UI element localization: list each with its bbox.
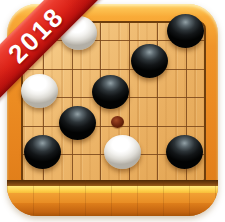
black-stone [166,135,203,169]
black-stone [92,75,129,109]
white-stone [104,135,141,169]
black-stone [167,14,204,48]
white-stone [21,74,58,108]
screenshot-stage: 2018 [0,0,225,222]
black-stone [24,135,61,169]
star-point-dot [111,116,124,128]
black-stone [131,44,168,78]
black-stone [59,106,96,140]
